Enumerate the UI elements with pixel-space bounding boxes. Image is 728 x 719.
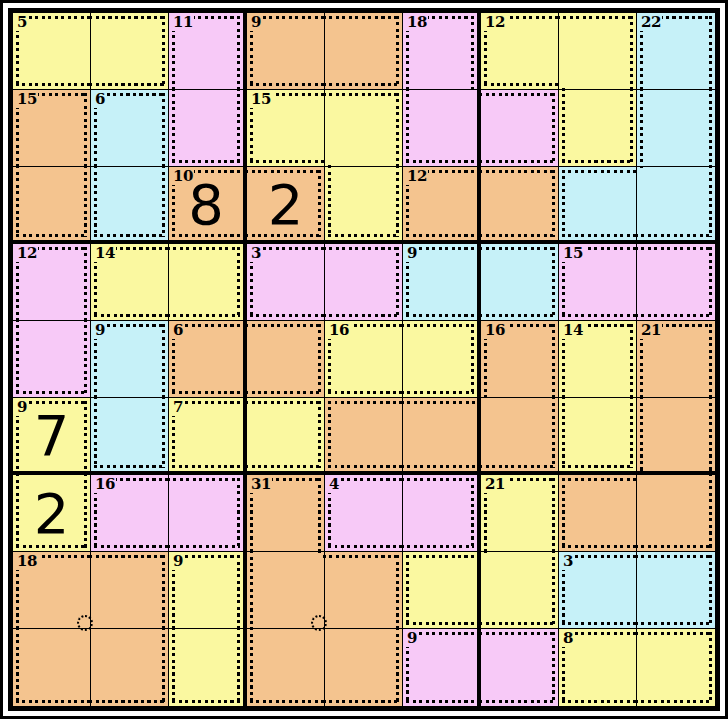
cage-border — [635, 247, 712, 317]
cage-sum-label: 18 — [406, 14, 428, 31]
cage-sum-label: 14 — [94, 245, 116, 262]
cell-r6c2[interactable] — [91, 398, 169, 475]
cell-r8c8[interactable]: 3 — [559, 552, 637, 629]
cage-sum-label: 21 — [484, 476, 506, 493]
cell-r4c5[interactable] — [325, 244, 403, 321]
cage-sum-label: 15 — [16, 91, 38, 108]
cell-r2c3[interactable] — [169, 90, 247, 167]
cell-r2c5[interactable] — [325, 90, 403, 167]
cage-border — [557, 16, 633, 91]
cage-sum-label: 16 — [484, 322, 506, 339]
given-digit: 2 — [247, 167, 324, 240]
cage-border — [635, 165, 712, 237]
cell-r9c9[interactable] — [637, 629, 715, 706]
cell-r3c9[interactable] — [637, 167, 715, 244]
cage-border — [323, 555, 399, 630]
cell-r5c1[interactable] — [13, 321, 91, 398]
cell-r3c4[interactable]: 2 — [247, 167, 325, 244]
cage-sum-label: 12 — [406, 168, 428, 185]
cage-border — [245, 170, 321, 237]
cage-border — [16, 473, 87, 548]
cage-border — [401, 478, 474, 548]
cell-r9c7[interactable] — [481, 629, 559, 706]
cell-r7c2[interactable]: 16 — [91, 475, 169, 552]
cell-r7c3[interactable] — [169, 475, 247, 552]
cage-sum-label: 9 — [250, 14, 262, 31]
cage-border — [640, 88, 712, 168]
cage-border — [245, 324, 321, 394]
cell-r3c7[interactable] — [481, 167, 559, 244]
cell-r1c8[interactable] — [559, 13, 637, 90]
cell-r2c4[interactable]: 15 — [247, 90, 325, 167]
cage-sum-label: 3 — [562, 553, 574, 570]
cell-r1c3[interactable]: 11 — [169, 13, 247, 90]
cage-sum-label: 12 — [16, 245, 38, 262]
cell-r4c1[interactable]: 12 — [13, 244, 91, 321]
cage-sum-label: 6 — [172, 322, 184, 339]
cage-sum-label: 8 — [562, 630, 574, 647]
cage-border — [406, 555, 479, 625]
cage-border — [172, 627, 240, 703]
cell-r4c8[interactable]: 15 — [559, 244, 637, 321]
cage-border — [479, 247, 555, 317]
cell-r7c7[interactable]: 21 — [481, 475, 559, 552]
cage-border — [406, 88, 479, 163]
cell-r3c5[interactable] — [325, 167, 403, 244]
cage-border — [562, 88, 633, 163]
cell-r9c6[interactable]: 9 — [403, 629, 481, 706]
cell-r9c4[interactable] — [247, 629, 325, 706]
cage-sum-label: 9 — [172, 553, 184, 570]
cell-r2c1[interactable]: 15 — [13, 90, 91, 167]
cage-sum-label: 14 — [562, 322, 584, 339]
cage-border — [323, 627, 399, 703]
cell-r8c9[interactable] — [637, 552, 715, 629]
cell-r5c9[interactable]: 21 — [637, 321, 715, 398]
cage-border — [635, 632, 712, 703]
cage-border — [479, 632, 555, 703]
cell-r8c3[interactable]: 9 — [169, 552, 247, 629]
cage-sum-label: 15 — [250, 91, 272, 108]
given-digit: 2 — [13, 475, 90, 551]
cell-r1c5[interactable] — [325, 13, 403, 90]
cell-r7c9[interactable] — [637, 475, 715, 552]
cell-r9c3[interactable] — [169, 629, 247, 706]
cell-r3c1[interactable] — [13, 167, 91, 244]
cage-border — [250, 627, 326, 703]
cell-r6c6[interactable] — [403, 398, 481, 475]
cage-sum-label: 12 — [484, 14, 506, 31]
cell-r6c4[interactable] — [247, 398, 325, 475]
killer-sudoku-board: 5119181222156151082121214391596161614219… — [8, 8, 720, 711]
cell-r9c8[interactable]: 8 — [559, 629, 637, 706]
cage-sum-label: 9 — [16, 399, 28, 416]
cell-r7c1[interactable]: 2 — [13, 475, 91, 552]
cell-r1c2[interactable] — [91, 13, 169, 90]
cage-border — [562, 170, 638, 237]
cage-border — [401, 324, 474, 394]
cell-r6c9[interactable] — [637, 398, 715, 475]
cage-sum-label: 16 — [94, 476, 116, 493]
cage-border — [89, 555, 165, 630]
cage-border — [16, 165, 87, 237]
cage-border — [323, 16, 399, 86]
cage-sum-label: 15 — [562, 245, 584, 262]
cell-r2c7[interactable] — [481, 90, 559, 167]
cage-sum-label: 11 — [172, 14, 194, 31]
cell-r8c2[interactable] — [91, 552, 169, 629]
cell-r3c6[interactable]: 12 — [403, 167, 481, 244]
cage-border — [562, 478, 638, 548]
cage-border — [89, 627, 165, 703]
cell-r5c3[interactable]: 6 — [169, 321, 247, 398]
cage-border — [479, 550, 555, 625]
cell-r2c6[interactable] — [403, 90, 481, 167]
cage-border — [167, 247, 240, 317]
cell-r1c9[interactable]: 22 — [637, 13, 715, 90]
cell-r1c1[interactable]: 5 — [13, 13, 91, 90]
cell-r8c1[interactable]: 18 — [13, 552, 91, 629]
cell-r5c2[interactable]: 9 — [91, 321, 169, 398]
cell-r1c4[interactable]: 9 — [247, 13, 325, 90]
cage-sum-label: 4 — [328, 476, 340, 493]
cell-r5c4[interactable] — [247, 321, 325, 398]
cell-r6c5[interactable] — [325, 398, 403, 475]
cell-r5c7[interactable]: 16 — [481, 321, 559, 398]
cell-r1c6[interactable]: 18 — [403, 13, 481, 90]
cell-r5c5[interactable]: 16 — [325, 321, 403, 398]
cell-r4c7[interactable] — [481, 244, 559, 321]
cell-r8c6[interactable] — [403, 552, 481, 629]
cage-border — [328, 165, 399, 237]
cage-sum-label: 31 — [250, 476, 272, 493]
cage-sum-label: 21 — [640, 322, 662, 339]
cell-r8c4[interactable] — [247, 552, 325, 629]
cage-sum-label: 9 — [406, 630, 418, 647]
puzzle-frame: 5119181222156151082121214391596161614219… — [0, 0, 728, 719]
cage-sum-label: 9 — [406, 245, 418, 262]
cell-r7c5[interactable]: 4 — [325, 475, 403, 552]
cell-r4c4[interactable]: 3 — [247, 244, 325, 321]
cage-sum-label: 9 — [94, 322, 106, 339]
cage-border — [328, 401, 404, 468]
cage-sum-label: 18 — [16, 553, 38, 570]
cage-border — [16, 627, 92, 703]
cage-border — [635, 473, 712, 548]
cage-sum-label: 16 — [328, 322, 350, 339]
cell-r5c8[interactable]: 14 — [559, 321, 637, 398]
cage-border — [479, 396, 555, 468]
cell-r5c6[interactable] — [403, 321, 481, 398]
cage-border — [562, 396, 633, 468]
cell-r8c7[interactable] — [481, 552, 559, 629]
cell-r4c9[interactable] — [637, 244, 715, 321]
cage-border — [323, 247, 399, 317]
cage-border — [245, 401, 321, 468]
cell-r3c8[interactable] — [559, 167, 637, 244]
cell-r6c3[interactable]: 7 — [169, 398, 247, 475]
cage-border — [479, 93, 555, 163]
cell-r4c6[interactable]: 9 — [403, 244, 481, 321]
cage-border — [89, 16, 165, 86]
cell-r1c7[interactable]: 12 — [481, 13, 559, 90]
cage-sum-label: 3 — [250, 245, 262, 262]
cell-r9c5[interactable] — [325, 629, 403, 706]
cell-r6c1[interactable]: 97 — [13, 398, 91, 475]
cell-r2c2[interactable]: 6 — [91, 90, 169, 167]
cage-border — [640, 396, 712, 473]
cage-border — [94, 165, 165, 237]
cage-sum-label: 6 — [94, 91, 106, 108]
cage-border — [172, 88, 240, 163]
cage-border — [167, 478, 240, 548]
cell-r9c2[interactable] — [91, 629, 169, 706]
cell-r4c3[interactable] — [169, 244, 247, 321]
cage-border — [94, 396, 165, 468]
cage-border — [401, 401, 479, 468]
cage-border — [250, 550, 326, 630]
cage-border — [479, 170, 555, 237]
cell-r7c4[interactable]: 31 — [247, 475, 325, 552]
cell-r3c3[interactable]: 108 — [169, 167, 247, 244]
cell-r7c6[interactable] — [403, 475, 481, 552]
cage-border — [635, 555, 712, 625]
cell-r2c9[interactable] — [637, 90, 715, 167]
cage-sum-label: 7 — [172, 399, 184, 416]
cage-border — [16, 319, 87, 394]
cell-r6c7[interactable] — [481, 398, 559, 475]
cage-border — [323, 93, 399, 168]
cage-sum-label: 10 — [172, 168, 194, 185]
cage-sum-label: 5 — [16, 14, 28, 31]
cell-r4c2[interactable]: 14 — [91, 244, 169, 321]
cell-r2c8[interactable] — [559, 90, 637, 167]
cell-r3c2[interactable] — [91, 167, 169, 244]
cell-r6c8[interactable] — [559, 398, 637, 475]
cell-r8c5[interactable] — [325, 552, 403, 629]
cage-sum-label: 22 — [640, 14, 662, 31]
cell-r7c8[interactable] — [559, 475, 637, 552]
cell-r9c1[interactable] — [13, 629, 91, 706]
